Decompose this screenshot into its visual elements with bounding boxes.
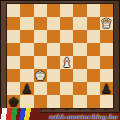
square-f6 <box>73 30 86 43</box>
file-mark <box>60 109 73 111</box>
square-b5 <box>20 43 33 56</box>
square-e1 <box>60 95 73 108</box>
square-e4: ♝ <box>60 56 73 69</box>
square-c3: ♚ <box>34 69 47 82</box>
square-f8 <box>73 4 86 17</box>
square-c7 <box>34 17 47 30</box>
square-h7: ♛ <box>100 17 113 30</box>
file-mark <box>73 109 86 111</box>
square-h4 <box>100 56 113 69</box>
square-h5 <box>100 43 113 56</box>
square-f1 <box>73 95 86 108</box>
square-c1 <box>34 95 47 108</box>
square-e6 <box>60 30 73 43</box>
file-mark <box>47 109 60 111</box>
square-a3 <box>7 69 20 82</box>
chess-diagram: ♛♝♚♟♟♚ sakk-mester.blog.hu <box>0 0 120 120</box>
square-e2 <box>60 82 73 95</box>
square-e7 <box>60 17 73 30</box>
square-d7 <box>47 17 60 30</box>
black-pawn: ♟ <box>21 82 33 95</box>
square-f4 <box>73 56 86 69</box>
square-h1 <box>100 95 113 108</box>
square-a5 <box>7 43 20 56</box>
rainbow-stripes-decoration <box>0 108 40 120</box>
black-king: ♚ <box>8 95 20 108</box>
square-a8 <box>7 4 20 17</box>
square-g3 <box>87 69 100 82</box>
square-b1 <box>20 95 33 108</box>
square-g6 <box>87 30 100 43</box>
square-g2 <box>87 82 100 95</box>
square-b2: ♟ <box>20 82 33 95</box>
square-d1 <box>47 95 60 108</box>
square-c4 <box>34 56 47 69</box>
white-bishop: ♝ <box>61 56 73 69</box>
white-queen: ♛ <box>101 17 113 30</box>
square-h2: ♟ <box>100 82 113 95</box>
square-g8 <box>87 4 100 17</box>
square-g5 <box>87 43 100 56</box>
square-h6 <box>100 30 113 43</box>
square-d8 <box>47 4 60 17</box>
square-f5 <box>73 43 86 56</box>
square-f7 <box>73 17 86 30</box>
square-f2 <box>73 82 86 95</box>
square-c2 <box>34 82 47 95</box>
site-credit: sakk-mester.blog.hu <box>49 113 117 120</box>
square-d3 <box>47 69 60 82</box>
square-h8 <box>100 4 113 17</box>
square-d4 <box>47 56 60 69</box>
file-mark <box>100 109 113 111</box>
square-d6 <box>47 30 60 43</box>
square-b7 <box>20 17 33 30</box>
file-mark <box>87 109 100 111</box>
black-pawn: ♟ <box>101 82 113 95</box>
square-b6 <box>20 30 33 43</box>
white-king: ♚ <box>34 69 46 82</box>
square-a2 <box>7 82 20 95</box>
square-b3 <box>20 69 33 82</box>
square-h3 <box>100 69 113 82</box>
square-g4 <box>87 56 100 69</box>
square-f3 <box>73 69 86 82</box>
square-e8 <box>60 4 73 17</box>
square-a7 <box>7 17 20 30</box>
square-d5 <box>47 43 60 56</box>
square-a6 <box>7 30 20 43</box>
square-d2 <box>47 82 60 95</box>
square-c8 <box>34 4 47 17</box>
square-b4 <box>20 56 33 69</box>
square-c6 <box>34 30 47 43</box>
square-g1 <box>87 95 100 108</box>
square-c5 <box>34 43 47 56</box>
square-e3 <box>60 69 73 82</box>
square-g7 <box>87 17 100 30</box>
square-e5 <box>60 43 73 56</box>
square-b8 <box>20 4 33 17</box>
square-a4 <box>7 56 20 69</box>
square-a1: ♚ <box>7 95 20 108</box>
chess-board: ♛♝♚♟♟♚ <box>7 4 113 108</box>
